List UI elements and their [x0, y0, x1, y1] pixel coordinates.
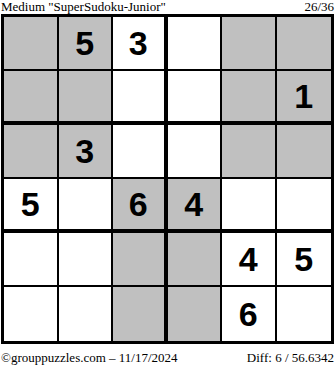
cell-r5c1[interactable] — [4, 233, 59, 287]
cell-r2c1[interactable] — [4, 71, 59, 125]
cell-r2c4[interactable] — [168, 71, 223, 125]
cell-r5c5[interactable]: 4 — [222, 233, 277, 287]
cell-r6c6[interactable] — [277, 287, 332, 341]
cell-r6c1[interactable] — [4, 287, 59, 341]
difficulty-text: Diff: 6 / 56.6342 — [247, 350, 334, 365]
cell-r5c4[interactable] — [168, 233, 223, 287]
header: Medium "SuperSudoku-Junior" 26/36 — [1, 0, 334, 13]
cell-r6c5[interactable]: 6 — [222, 287, 277, 341]
cell-r1c2[interactable]: 5 — [59, 17, 114, 71]
cell-r4c1[interactable]: 5 — [4, 179, 59, 233]
cell-r1c6[interactable] — [277, 17, 332, 71]
cell-r3c6[interactable] — [277, 125, 332, 179]
cell-r3c4[interactable] — [168, 125, 223, 179]
cell-r3c1[interactable] — [4, 125, 59, 179]
cell-r1c5[interactable] — [222, 17, 277, 71]
cell-r1c1[interactable] — [4, 17, 59, 71]
cell-r5c3[interactable] — [113, 233, 168, 287]
cell-r3c2[interactable]: 3 — [59, 125, 114, 179]
cell-r2c3[interactable] — [113, 71, 168, 125]
cell-r3c5[interactable] — [222, 125, 277, 179]
cell-r6c4[interactable] — [168, 287, 223, 341]
cell-r1c3[interactable]: 3 — [113, 17, 168, 71]
cell-r4c2[interactable] — [59, 179, 114, 233]
cell-r1c4[interactable] — [168, 17, 223, 71]
puzzle-counter: 26/36 — [304, 0, 334, 13]
cell-r6c3[interactable] — [113, 287, 168, 341]
footer: ©grouppuzzles.com – 11/17/2024 Diff: 6 /… — [1, 350, 334, 366]
cell-r2c6[interactable]: 1 — [277, 71, 332, 125]
cell-r2c2[interactable] — [59, 71, 114, 125]
cell-r3c3[interactable] — [113, 125, 168, 179]
cell-r5c2[interactable] — [59, 233, 114, 287]
cell-r4c6[interactable] — [277, 179, 332, 233]
cell-r5c6[interactable]: 5 — [277, 233, 332, 287]
cell-r4c3[interactable]: 6 — [113, 179, 168, 233]
copyright-text: ©grouppuzzles.com – 11/17/2024 — [1, 350, 178, 365]
cell-r4c5[interactable] — [222, 179, 277, 233]
sudoku-board: 5313564456 — [1, 14, 334, 344]
cell-r4c4[interactable]: 4 — [168, 179, 223, 233]
cell-r6c2[interactable] — [59, 287, 114, 341]
cell-r2c5[interactable] — [222, 71, 277, 125]
puzzle-title: Medium "SuperSudoku-Junior" — [1, 0, 166, 13]
